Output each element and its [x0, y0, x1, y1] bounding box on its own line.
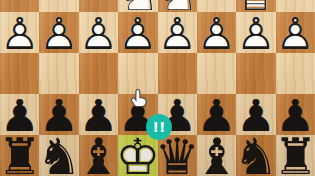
- square-h3[interactable]: [0, 53, 39, 94]
- white-pawn[interactable]: ♟♙: [236, 12, 275, 53]
- white-pawn[interactable]: ♟♙: [118, 12, 157, 53]
- white-king[interactable]: ♚♔: [118, 135, 157, 176]
- black-bishop[interactable]: ♝: [197, 135, 236, 176]
- brilliant-move-badge: !!: [146, 114, 172, 140]
- black-queen[interactable]: ♛: [158, 135, 197, 176]
- square-h8[interactable]: ♜: [0, 135, 39, 176]
- square-a8[interactable]: ♜: [276, 135, 315, 176]
- square-e2[interactable]: ♟♙: [118, 12, 157, 53]
- brilliant-move-label: !!: [153, 119, 166, 135]
- square-b3[interactable]: [236, 53, 275, 94]
- white-pawn[interactable]: ♟♙: [276, 12, 315, 53]
- black-knight[interactable]: ♞: [236, 135, 275, 176]
- square-f8[interactable]: ♝: [79, 135, 118, 176]
- square-b2[interactable]: ♟♙: [236, 12, 275, 53]
- square-g3[interactable]: [39, 53, 78, 94]
- square-c8[interactable]: ♝: [197, 135, 236, 176]
- chess-board: ♞♘♞♘♛♕♟♙♟♙♟♙♟♙♟♙♟♙♟♙♟♙♟♟♟♟♟♟♟♟♜♞♝♚♔♛♝♞♜: [0, 0, 315, 176]
- black-knight[interactable]: ♞: [39, 135, 78, 176]
- hand-pointer-cursor: [130, 88, 148, 108]
- square-b8[interactable]: ♞: [236, 135, 275, 176]
- square-g2[interactable]: ♟♙: [39, 12, 78, 53]
- white-pawn[interactable]: ♟♙: [39, 12, 78, 53]
- square-d2[interactable]: ♟♙: [158, 12, 197, 53]
- board-grid: ♞♘♞♘♛♕♟♙♟♙♟♙♟♙♟♙♟♙♟♙♟♙♟♟♟♟♟♟♟♟♜♞♝♚♔♛♝♞♜: [0, 0, 315, 176]
- square-a2[interactable]: ♟♙: [276, 12, 315, 53]
- black-rook[interactable]: ♜: [276, 135, 315, 176]
- square-c2[interactable]: ♟♙: [197, 12, 236, 53]
- black-rook[interactable]: ♜: [0, 135, 39, 176]
- chess-app-window: ♞♘♞♘♛♕♟♙♟♙♟♙♟♙♟♙♟♙♟♙♟♙♟♟♟♟♟♟♟♟♜♞♝♚♔♛♝♞♜ …: [0, 0, 315, 176]
- white-pawn[interactable]: ♟♙: [79, 12, 118, 53]
- white-pawn[interactable]: ♟♙: [197, 12, 236, 53]
- square-h2[interactable]: ♟♙: [0, 12, 39, 53]
- white-pawn[interactable]: ♟♙: [0, 12, 39, 53]
- white-pawn[interactable]: ♟♙: [158, 12, 197, 53]
- square-d8[interactable]: ♛: [158, 135, 197, 176]
- square-a3[interactable]: [276, 53, 315, 94]
- black-bishop[interactable]: ♝: [79, 135, 118, 176]
- square-f3[interactable]: [79, 53, 118, 94]
- square-d3[interactable]: [158, 53, 197, 94]
- square-f2[interactable]: ♟♙: [79, 12, 118, 53]
- square-c3[interactable]: [197, 53, 236, 94]
- square-g8[interactable]: ♞: [39, 135, 78, 176]
- square-e8[interactable]: ♚♔: [118, 135, 157, 176]
